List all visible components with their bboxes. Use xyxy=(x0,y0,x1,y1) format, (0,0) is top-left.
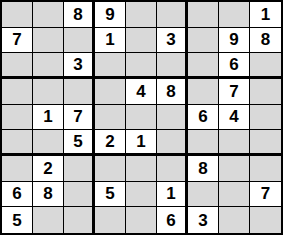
sudoku-cell-empty[interactable] xyxy=(95,53,126,79)
sudoku-cell-empty[interactable] xyxy=(126,207,157,233)
sudoku-cell-empty[interactable] xyxy=(95,156,126,182)
sudoku-cell-empty[interactable] xyxy=(157,2,188,28)
sudoku-cell-given: 6 xyxy=(157,207,188,233)
sudoku-cell-empty[interactable] xyxy=(157,130,188,156)
sudoku-cell-given: 1 xyxy=(157,182,188,208)
sudoku-cell-given: 5 xyxy=(95,182,126,208)
sudoku-cell-given: 1 xyxy=(126,130,157,156)
sudoku-cell-empty[interactable] xyxy=(64,79,95,105)
sudoku-cell-empty[interactable] xyxy=(95,79,126,105)
sudoku-cell-given: 4 xyxy=(126,79,157,105)
sudoku-cell-empty[interactable] xyxy=(250,130,281,156)
sudoku-cell-given: 8 xyxy=(33,182,64,208)
sudoku-cell-empty[interactable] xyxy=(33,79,64,105)
sudoku-cell-empty[interactable] xyxy=(157,156,188,182)
sudoku-cell-given: 8 xyxy=(157,79,188,105)
sudoku-cell-given: 9 xyxy=(95,2,126,28)
sudoku-cell-empty[interactable] xyxy=(126,2,157,28)
sudoku-cell-empty[interactable] xyxy=(157,53,188,79)
sudoku-cell-empty[interactable] xyxy=(33,53,64,79)
sudoku-cell-empty[interactable] xyxy=(95,105,126,131)
sudoku-cell-empty[interactable] xyxy=(95,207,126,233)
sudoku-cell-empty[interactable] xyxy=(33,28,64,54)
sudoku-cell-empty[interactable] xyxy=(126,53,157,79)
sudoku-cell-empty[interactable] xyxy=(33,130,64,156)
sudoku-cell-given: 6 xyxy=(188,105,219,131)
sudoku-cell-given: 8 xyxy=(250,28,281,54)
sudoku-cell-empty[interactable] xyxy=(2,2,33,28)
sudoku-board: 891713983648717645212868517563 xyxy=(0,0,283,235)
sudoku-cell-empty[interactable] xyxy=(188,79,219,105)
sudoku-cell-given: 7 xyxy=(64,105,95,131)
sudoku-cell-empty[interactable] xyxy=(64,28,95,54)
sudoku-cell-empty[interactable] xyxy=(250,105,281,131)
sudoku-cell-empty[interactable] xyxy=(2,130,33,156)
sudoku-cell-empty[interactable] xyxy=(250,53,281,79)
sudoku-cell-empty[interactable] xyxy=(250,156,281,182)
sudoku-cell-given: 2 xyxy=(95,130,126,156)
sudoku-cell-given: 5 xyxy=(64,130,95,156)
sudoku-cell-empty[interactable] xyxy=(33,207,64,233)
sudoku-cell-given: 5 xyxy=(2,207,33,233)
sudoku-cell-given: 7 xyxy=(250,182,281,208)
sudoku-cell-empty[interactable] xyxy=(188,28,219,54)
sudoku-cell-given: 1 xyxy=(95,28,126,54)
sudoku-cell-empty[interactable] xyxy=(219,182,250,208)
sudoku-cell-empty[interactable] xyxy=(64,156,95,182)
sudoku-cell-given: 7 xyxy=(2,28,33,54)
sudoku-cell-empty[interactable] xyxy=(188,182,219,208)
sudoku-cell-given: 6 xyxy=(219,53,250,79)
sudoku-cell-empty[interactable] xyxy=(126,156,157,182)
sudoku-cell-given: 8 xyxy=(64,2,95,28)
sudoku-cell-given: 7 xyxy=(219,79,250,105)
sudoku-cell-given: 3 xyxy=(64,53,95,79)
sudoku-cell-empty[interactable] xyxy=(2,156,33,182)
sudoku-cell-given: 6 xyxy=(2,182,33,208)
sudoku-cell-given: 4 xyxy=(219,105,250,131)
sudoku-cell-empty[interactable] xyxy=(126,182,157,208)
sudoku-cell-given: 1 xyxy=(250,2,281,28)
sudoku-cell-empty[interactable] xyxy=(188,2,219,28)
sudoku-cell-empty[interactable] xyxy=(250,207,281,233)
sudoku-cell-empty[interactable] xyxy=(188,130,219,156)
sudoku-cell-empty[interactable] xyxy=(2,105,33,131)
sudoku-cell-empty[interactable] xyxy=(219,130,250,156)
sudoku-cell-empty[interactable] xyxy=(219,207,250,233)
sudoku-cell-given: 3 xyxy=(188,207,219,233)
sudoku-cell-empty[interactable] xyxy=(219,156,250,182)
sudoku-cell-empty[interactable] xyxy=(64,182,95,208)
sudoku-cell-given: 3 xyxy=(157,28,188,54)
sudoku-cell-empty[interactable] xyxy=(64,207,95,233)
sudoku-cell-empty[interactable] xyxy=(126,105,157,131)
sudoku-cell-given: 8 xyxy=(188,156,219,182)
sudoku-cell-empty[interactable] xyxy=(2,79,33,105)
sudoku-cell-empty[interactable] xyxy=(33,2,64,28)
sudoku-cell-empty[interactable] xyxy=(219,2,250,28)
sudoku-cell-empty[interactable] xyxy=(188,53,219,79)
sudoku-grid: 891713983648717645212868517563 xyxy=(2,2,281,233)
sudoku-cell-empty[interactable] xyxy=(250,79,281,105)
sudoku-cell-empty[interactable] xyxy=(157,105,188,131)
sudoku-cell-empty[interactable] xyxy=(126,28,157,54)
sudoku-cell-given: 2 xyxy=(33,156,64,182)
sudoku-cell-given: 9 xyxy=(219,28,250,54)
sudoku-cell-empty[interactable] xyxy=(2,53,33,79)
sudoku-cell-given: 1 xyxy=(33,105,64,131)
